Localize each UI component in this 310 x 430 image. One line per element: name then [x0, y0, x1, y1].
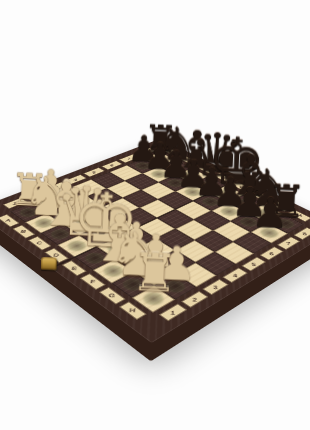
square-e4 — [138, 218, 176, 238]
file-label-far-f-text: F — [258, 194, 263, 197]
file-label-near-b-text: B — [20, 229, 27, 233]
board-scene: AABBCCDDEEFFGGHH1122334455667788 ♜♞♟♝♟♛♟… — [0, 0, 310, 430]
rank-label-left-6-text: 6 — [110, 164, 114, 167]
file-label-near-g-text: G — [109, 293, 116, 298]
rank-label-left-7-text: 7 — [127, 157, 131, 160]
file-label-far-b-text: B — [188, 160, 192, 163]
rank-label-left-1-text: 1 — [12, 201, 17, 205]
rank-label-right-7: 7 — [277, 237, 300, 250]
rank-label-right-6-text: 6 — [269, 251, 274, 255]
rank-label-left-5-text: 5 — [92, 171, 96, 174]
rank-label-left-3-text: 3 — [54, 185, 59, 188]
rank-label-right-3: 3 — [202, 279, 228, 295]
file-label-near-e-text: E — [71, 266, 77, 271]
rank-label-left-2-text: 2 — [34, 193, 39, 197]
rank-label-right-6: 6 — [260, 246, 284, 260]
square-f4 — [156, 229, 194, 250]
square-g5 — [195, 230, 233, 251]
square-h4 — [195, 252, 235, 276]
file-label-far-c-text: C — [204, 168, 209, 171]
rank-label-right-5-text: 5 — [251, 262, 256, 267]
file-label-far-e-text: E — [239, 185, 244, 188]
file-label-near-f: F — [80, 273, 106, 290]
file-label-far-h-text: H — [297, 214, 303, 218]
rank-label-right-1-text: 1 — [171, 309, 176, 315]
rank-label-right-8-text: 8 — [302, 231, 307, 235]
product-photo: AABBCCDDEEFFGGHH1122334455667788 ♜♞♟♝♟♛♟… — [0, 0, 310, 430]
file-label-near-a-text: A — [5, 219, 12, 223]
file-label-far-a-text: A — [172, 152, 176, 155]
file-label-near-f-text: F — [90, 279, 96, 284]
rank-label-right-7-text: 7 — [286, 241, 291, 245]
square-g4 — [175, 240, 214, 262]
board-frame: AABBCCDDEEFFGGHH1122334455667788 — [0, 138, 310, 343]
rank-label-right-3-text: 3 — [213, 284, 218, 289]
rank-label-right-2-text: 2 — [192, 297, 197, 302]
rank-label-right-4-text: 4 — [233, 273, 238, 278]
square-h5 — [215, 242, 254, 265]
square-g6 — [213, 221, 251, 242]
file-label-near-h-text: H — [129, 308, 136, 314]
rank-label-right-5: 5 — [241, 257, 266, 272]
rank-label-left-8-text: 8 — [144, 151, 148, 154]
file-label-near-c-text: C — [36, 241, 43, 245]
square-f5 — [175, 220, 213, 240]
chess-board: AABBCCDDEEFFGGHH1122334455667788 ♜♞♟♝♟♛♟… — [0, 138, 310, 343]
file-label-far-g-text: G — [276, 204, 282, 208]
rank-label-left-4-text: 4 — [73, 178, 77, 181]
rank-label-right-4: 4 — [222, 268, 248, 283]
file-label-far-d-text: D — [221, 176, 226, 179]
brass-clasp — [41, 257, 57, 270]
